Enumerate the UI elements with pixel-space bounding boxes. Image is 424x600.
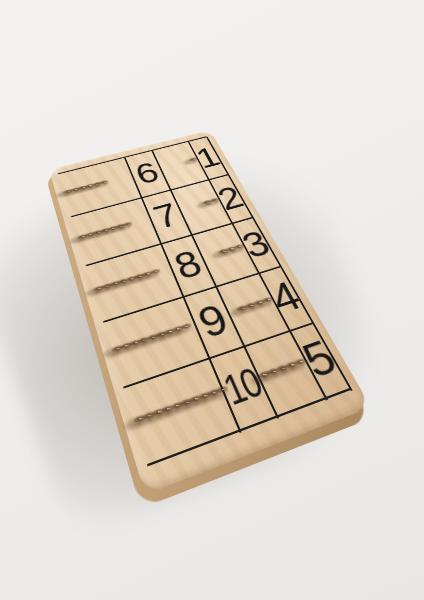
peg-shaft [187, 115, 197, 160]
peg-shaft [218, 200, 228, 252]
peg-cap-icon [254, 303, 269, 318]
peg-cap-icon [231, 242, 245, 256]
peg-cap-icon [186, 106, 197, 117]
peg-shaft [202, 154, 212, 202]
scene: 12345678910 [0, 0, 424, 600]
peg-cap-icon [200, 145, 212, 157]
peg-shaft [256, 315, 270, 376]
peg-cap-icon [217, 190, 230, 203]
peg-shaft [245, 250, 256, 306]
